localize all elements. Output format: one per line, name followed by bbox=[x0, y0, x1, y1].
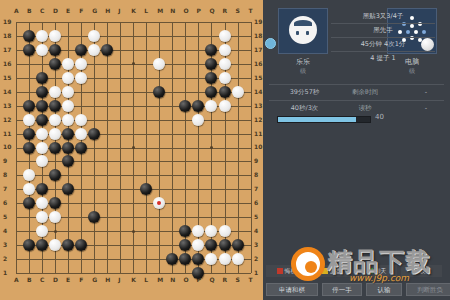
row-label-left: 1 bbox=[3, 270, 7, 276]
row-label-left: 19 bbox=[3, 19, 11, 25]
player-card-black[interactable] bbox=[278, 8, 328, 54]
black-stone-L7 bbox=[140, 183, 152, 195]
row-label-left: 11 bbox=[3, 131, 11, 137]
black-stone-E10 bbox=[62, 142, 74, 154]
white-stone-E14 bbox=[62, 86, 74, 98]
white-stone-D3 bbox=[49, 239, 61, 251]
row-label-right: 12 bbox=[254, 117, 262, 123]
col-label-top: H bbox=[105, 8, 110, 14]
byoyomi-progress-label: 40 bbox=[375, 113, 384, 121]
black-player-avatar bbox=[289, 16, 317, 44]
white-stone-G17 bbox=[88, 44, 100, 56]
black-stone-E9 bbox=[62, 155, 74, 167]
white-stone-E16 bbox=[62, 58, 74, 70]
white-stone-P3 bbox=[192, 239, 204, 251]
row-label-left: 4 bbox=[3, 228, 7, 234]
row-label-left: 2 bbox=[3, 256, 7, 262]
black-stone-D6 bbox=[49, 197, 61, 209]
col-label-top: F bbox=[79, 8, 83, 14]
col-label-bottom: F bbox=[79, 277, 83, 283]
row-label-left: 18 bbox=[3, 33, 11, 39]
white-stone-F15 bbox=[75, 72, 87, 84]
row-label-right: 4 bbox=[254, 228, 258, 234]
col-label-bottom: Q bbox=[209, 277, 214, 283]
col-label-bottom: R bbox=[222, 277, 227, 283]
black-stone-F10 bbox=[75, 142, 87, 154]
row-label-right: 9 bbox=[254, 158, 258, 164]
col-label-top: Q bbox=[209, 8, 214, 14]
white-stone-C10 bbox=[36, 142, 48, 154]
white-stone-R17 bbox=[219, 44, 231, 56]
black-stone-E7 bbox=[62, 183, 74, 195]
black-stone-D10 bbox=[49, 142, 61, 154]
row-label-left: 6 bbox=[3, 200, 7, 206]
black-stone-B10 bbox=[23, 142, 35, 154]
white-stone-C18 bbox=[36, 30, 48, 42]
white-stone-F11 bbox=[75, 128, 87, 140]
row-label-right: 5 bbox=[254, 214, 258, 220]
white-stone-C17 bbox=[36, 44, 48, 56]
col-label-top: S bbox=[236, 8, 240, 14]
byoyomi-label: 读秒 bbox=[343, 104, 387, 113]
black-stone-Q15 bbox=[205, 72, 217, 84]
white-stone-C5 bbox=[36, 211, 48, 223]
col-label-bottom: E bbox=[66, 277, 70, 283]
black-player-name: 乐乐 bbox=[277, 57, 329, 67]
white-stone-C4 bbox=[36, 225, 48, 237]
col-label-bottom: D bbox=[53, 277, 58, 283]
white-stone-M16 bbox=[153, 58, 165, 70]
col-label-top: J bbox=[118, 8, 120, 14]
col-label-top: O bbox=[183, 8, 188, 14]
white-stone-C9 bbox=[36, 155, 48, 167]
black-stone-D17 bbox=[49, 44, 61, 56]
col-label-top: C bbox=[40, 8, 44, 14]
row-label-right: 10 bbox=[254, 144, 262, 150]
col-label-top: R bbox=[222, 8, 227, 14]
white-stone-R16 bbox=[219, 58, 231, 70]
black-stone-C14 bbox=[36, 86, 48, 98]
black-stone-P1 bbox=[192, 267, 204, 279]
action-button-resign[interactable]: 认输 bbox=[366, 283, 402, 296]
last-move-marker bbox=[157, 201, 161, 205]
col-label-bottom: J bbox=[118, 277, 120, 283]
row-label-left: 5 bbox=[3, 214, 7, 220]
app-window: AABBCCDDEEFFGGHHJJKKLLMMNNOOPPQQRRSSTT19… bbox=[0, 0, 450, 300]
row-label-right: 18 bbox=[254, 33, 262, 39]
remaining-time-right: - bbox=[416, 88, 436, 96]
byoyomi-value: 40秒/3次 bbox=[277, 104, 332, 113]
black-stone-N2 bbox=[166, 253, 178, 265]
black-stone-M14 bbox=[153, 86, 165, 98]
row-label-right: 19 bbox=[254, 19, 262, 25]
col-label-top: M bbox=[157, 8, 163, 14]
black-player-rank: 级 bbox=[277, 67, 329, 76]
move-order-info: 黑先手 bbox=[331, 24, 435, 38]
white-stone-C11 bbox=[36, 128, 48, 140]
white-stone-R4 bbox=[219, 225, 231, 237]
black-stone-B11 bbox=[23, 128, 35, 140]
white-stone-P12 bbox=[192, 114, 204, 126]
col-label-top: K bbox=[131, 8, 136, 14]
col-label-top: P bbox=[196, 8, 200, 14]
white-stone-E15 bbox=[62, 72, 74, 84]
action-button-pass[interactable]: 停一手 bbox=[322, 283, 362, 296]
row-label-left: 17 bbox=[3, 47, 11, 53]
row-label-right: 15 bbox=[254, 75, 262, 81]
white-stone-R18 bbox=[219, 30, 231, 42]
black-stone-E3 bbox=[62, 239, 74, 251]
black-stone-C12 bbox=[36, 114, 48, 126]
byoyomi-progress-fill bbox=[278, 117, 356, 122]
black-stone-S3 bbox=[232, 239, 244, 251]
byoyomi-progress-bar bbox=[277, 116, 371, 123]
black-stone-C7 bbox=[36, 183, 48, 195]
row-label-right: 17 bbox=[254, 47, 262, 53]
col-label-bottom: L bbox=[144, 277, 148, 283]
white-stone-B12 bbox=[23, 114, 35, 126]
col-label-bottom: A bbox=[14, 277, 19, 283]
white-stone-G18 bbox=[88, 30, 100, 42]
col-label-bottom: H bbox=[105, 277, 110, 283]
white-player-rank: 级 bbox=[386, 67, 438, 76]
black-stone-B6 bbox=[23, 197, 35, 209]
match-rules-info: 黑贴3又3/4子 黑先手 45分钟 4次1分 4 提子 1 bbox=[331, 10, 435, 65]
row-label-left: 15 bbox=[3, 75, 11, 81]
white-stone-Q2 bbox=[205, 253, 217, 265]
row-label-right: 13 bbox=[254, 103, 262, 109]
button-icon bbox=[277, 268, 283, 274]
col-label-top: G bbox=[92, 8, 97, 14]
black-stone-G11 bbox=[88, 128, 100, 140]
black-stone-F3 bbox=[75, 239, 87, 251]
col-label-top: A bbox=[14, 8, 19, 14]
icon-button-4[interactable]: 设置 bbox=[401, 265, 442, 277]
white-stone-E12 bbox=[62, 114, 74, 126]
row-label-right: 8 bbox=[254, 172, 258, 178]
row-label-right: 2 bbox=[254, 256, 258, 262]
action-button-judge[interactable]: 判断胜负 bbox=[406, 283, 450, 296]
col-label-bottom: G bbox=[92, 277, 97, 283]
black-stone-O3 bbox=[179, 239, 191, 251]
col-label-bottom: T bbox=[249, 277, 253, 283]
go-board[interactable]: AABBCCDDEEFFGGHHJJKKLLMMNNOOPPQQRRSSTT19… bbox=[0, 0, 263, 300]
game-info-panel: 乐乐 级 电脑 级 黑贴3又3/4子 黑先手 45分钟 4次1分 4 提子 1 … bbox=[263, 0, 450, 300]
white-stone-D5 bbox=[49, 211, 61, 223]
white-stone-M6 bbox=[153, 197, 165, 209]
white-stone-R15 bbox=[219, 72, 231, 84]
icon-button-2[interactable]: 复盘 bbox=[311, 265, 352, 277]
row-label-left: 14 bbox=[3, 89, 11, 95]
button-icon bbox=[412, 268, 418, 274]
white-stone-E13 bbox=[62, 100, 74, 112]
black-stone-R3 bbox=[219, 239, 231, 251]
black-stone-B18 bbox=[23, 30, 35, 42]
chat-bubble-icon[interactable] bbox=[265, 38, 276, 49]
black-stone-C15 bbox=[36, 72, 48, 84]
black-stone-O2 bbox=[179, 253, 191, 265]
button-icon bbox=[322, 268, 328, 274]
action-button-draw[interactable]: 申请和棋 bbox=[266, 283, 318, 296]
time-control-info: 45分钟 4次1分 bbox=[331, 38, 435, 52]
black-stone-Q3 bbox=[205, 239, 217, 251]
black-stone-F17 bbox=[75, 44, 87, 56]
black-stone-B13 bbox=[23, 100, 35, 112]
black-stone-B17 bbox=[23, 44, 35, 56]
white-stone-Q4 bbox=[205, 225, 217, 237]
icon-button-1[interactable]: 悔棋 bbox=[266, 265, 307, 277]
white-stone-D11 bbox=[49, 128, 61, 140]
black-stone-Q16 bbox=[205, 58, 217, 70]
white-stone-R13 bbox=[219, 100, 231, 112]
black-stone-D13 bbox=[49, 100, 61, 112]
row-label-left: 10 bbox=[3, 144, 11, 150]
white-stone-F16 bbox=[75, 58, 87, 70]
row-label-right: 14 bbox=[254, 89, 262, 95]
button-icon bbox=[367, 268, 373, 274]
col-label-bottom: N bbox=[170, 277, 175, 283]
white-stone-C6 bbox=[36, 197, 48, 209]
row-label-left: 9 bbox=[3, 158, 7, 164]
col-label-bottom: C bbox=[40, 277, 44, 283]
black-stone-C13 bbox=[36, 100, 48, 112]
white-stone-B7 bbox=[23, 183, 35, 195]
row-label-right: 11 bbox=[254, 131, 262, 137]
white-stone-S14 bbox=[232, 86, 244, 98]
row-label-left: 16 bbox=[3, 61, 11, 67]
col-label-bottom: K bbox=[131, 277, 136, 283]
byoyomi-right: - bbox=[416, 104, 436, 112]
black-stone-Q14 bbox=[205, 86, 217, 98]
komi-info: 黑贴3又3/4子 bbox=[331, 10, 435, 24]
black-stone-O4 bbox=[179, 225, 191, 237]
row-label-right: 7 bbox=[254, 186, 258, 192]
col-label-top: D bbox=[53, 8, 58, 14]
row-label-right: 6 bbox=[254, 200, 258, 206]
white-stone-P4 bbox=[192, 225, 204, 237]
black-stone-R14 bbox=[219, 86, 231, 98]
col-label-top: B bbox=[27, 8, 32, 14]
white-stone-Q13 bbox=[205, 100, 217, 112]
remaining-time-label: 剩余时间 bbox=[343, 88, 387, 97]
black-stone-D8 bbox=[49, 169, 61, 181]
black-stone-D16 bbox=[49, 58, 61, 70]
col-label-bottom: O bbox=[183, 277, 188, 283]
black-stone-G5 bbox=[88, 211, 100, 223]
row-label-right: 3 bbox=[254, 242, 258, 248]
white-stone-D18 bbox=[49, 30, 61, 42]
black-stone-E11 bbox=[62, 128, 74, 140]
black-stone-O13 bbox=[179, 100, 191, 112]
black-stone-P2 bbox=[192, 253, 204, 265]
black-stone-P13 bbox=[192, 100, 204, 112]
white-stone-R2 bbox=[219, 253, 231, 265]
remaining-time-value: 39分57秒 bbox=[277, 88, 332, 97]
col-label-bottom: S bbox=[236, 277, 240, 283]
col-label-top: T bbox=[249, 8, 253, 14]
col-label-top: E bbox=[66, 8, 70, 14]
col-label-bottom: B bbox=[27, 277, 32, 283]
row-label-left: 12 bbox=[3, 117, 11, 123]
row-label-left: 3 bbox=[3, 242, 7, 248]
white-stone-F12 bbox=[75, 114, 87, 126]
row-label-left: 13 bbox=[3, 103, 11, 109]
col-label-top: L bbox=[144, 8, 148, 14]
white-stone-D12 bbox=[49, 114, 61, 126]
icon-button-3[interactable]: 聊天 bbox=[356, 265, 397, 277]
row-label-right: 16 bbox=[254, 61, 262, 67]
col-label-top: N bbox=[170, 8, 175, 14]
black-stone-B3 bbox=[23, 239, 35, 251]
captures-info: 4 提子 1 bbox=[331, 52, 435, 65]
row-label-left: 8 bbox=[3, 172, 7, 178]
col-label-bottom: M bbox=[157, 277, 163, 283]
row-label-right: 1 bbox=[254, 270, 258, 276]
white-stone-S2 bbox=[232, 253, 244, 265]
black-stone-C3 bbox=[36, 239, 48, 251]
black-stone-H17 bbox=[101, 44, 113, 56]
white-stone-D14 bbox=[49, 86, 61, 98]
row-label-left: 7 bbox=[3, 186, 7, 192]
white-stone-B8 bbox=[23, 169, 35, 181]
black-stone-Q17 bbox=[205, 44, 217, 56]
